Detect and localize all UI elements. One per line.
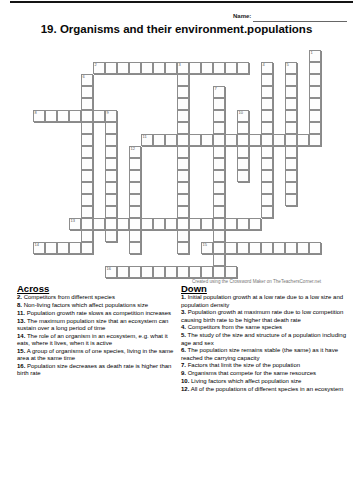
grid-cell[interactable] [261, 182, 273, 194]
empty-space [69, 158, 81, 170]
empty-space [249, 158, 261, 170]
grid-cell[interactable] [285, 74, 297, 86]
empty-space [69, 50, 81, 62]
empty-space [69, 134, 81, 146]
grid-cell[interactable] [165, 134, 177, 146]
grid-cell[interactable] [129, 230, 141, 242]
grid-cell[interactable] [225, 62, 237, 74]
grid-cell[interactable] [237, 170, 249, 182]
empty-space [93, 194, 105, 206]
empty-space [33, 182, 45, 194]
grid-cell[interactable] [249, 218, 261, 230]
empty-space [273, 110, 285, 122]
grid-cell[interactable] [261, 146, 273, 158]
grid-cell[interactable] [177, 182, 189, 194]
grid-cell[interactable] [165, 218, 177, 230]
grid-cell[interactable] [225, 218, 237, 230]
empty-space [45, 134, 57, 146]
grid-cell[interactable] [129, 206, 141, 218]
grid-cell[interactable] [153, 266, 165, 278]
grid-cell[interactable] [177, 218, 189, 230]
grid-cell[interactable] [189, 62, 201, 74]
empty-space [57, 182, 69, 194]
grid-cell[interactable] [81, 230, 93, 242]
grid-cell[interactable] [105, 206, 117, 218]
grid-cell[interactable] [213, 134, 225, 146]
grid-cell[interactable] [261, 98, 273, 110]
empty-space [105, 50, 117, 62]
grid-cell[interactable] [117, 62, 129, 74]
clue-number: 13 [71, 219, 75, 224]
grid-cell[interactable] [105, 194, 117, 206]
empty-space [165, 206, 177, 218]
empty-space [33, 158, 45, 170]
clue-number-label: 9. [181, 370, 186, 376]
empty-space [45, 218, 57, 230]
empty-space [273, 50, 285, 62]
empty-space [273, 158, 285, 170]
grid-cell[interactable] [249, 134, 261, 146]
grid-cell[interactable] [213, 206, 225, 218]
grid-cell[interactable] [141, 62, 153, 74]
grid-cell[interactable] [297, 134, 309, 146]
grid-cell[interactable] [201, 134, 213, 146]
grid-cell[interactable] [213, 98, 225, 110]
grid-cell[interactable] [129, 62, 141, 74]
grid-cell[interactable] [81, 194, 93, 206]
empty-space [141, 86, 153, 98]
grid-cell[interactable] [285, 194, 297, 206]
grid-cell[interactable] [285, 158, 297, 170]
empty-space [33, 254, 45, 266]
empty-space [297, 266, 309, 278]
grid-cell[interactable] [81, 182, 93, 194]
clue-down-3: 3. Population growth at maximum rate due… [181, 309, 349, 324]
empty-space [201, 194, 213, 206]
empty-space [189, 170, 201, 182]
clue-across-16: 16. Population size decreases as death r… [17, 363, 176, 378]
grid-cell[interactable] [105, 62, 117, 74]
grid-cell[interactable] [69, 110, 81, 122]
empty-space [249, 206, 261, 218]
grid-cell[interactable] [309, 86, 321, 98]
grid-cell[interactable] [93, 110, 105, 122]
grid-cell[interactable]: 11 [141, 134, 153, 146]
clue-number-label: 7. [181, 362, 186, 368]
grid-cell[interactable] [105, 182, 117, 194]
clue-number-label: 6. [181, 347, 186, 353]
grid-cell[interactable] [177, 146, 189, 158]
empty-space [93, 170, 105, 182]
empty-space [237, 230, 249, 242]
empty-space [69, 206, 81, 218]
grid-cell[interactable] [201, 218, 213, 230]
empty-space [57, 194, 69, 206]
grid-cell[interactable] [81, 206, 93, 218]
grid-cell[interactable] [189, 266, 201, 278]
grid-cell[interactable] [57, 110, 69, 122]
grid-cell[interactable] [309, 134, 321, 146]
empty-space [297, 50, 309, 62]
empty-space [141, 74, 153, 86]
empty-space [165, 74, 177, 86]
empty-space [33, 170, 45, 182]
grid-cell[interactable] [285, 98, 297, 110]
empty-space [225, 50, 237, 62]
empty-space [129, 86, 141, 98]
grid-cell[interactable] [177, 170, 189, 182]
grid-cell[interactable] [117, 266, 129, 278]
grid-cell[interactable]: 3 [177, 62, 189, 74]
empty-space [117, 230, 129, 242]
grid-cell[interactable] [81, 122, 93, 134]
across-clues-section: Across 2. Competitors from different spe… [17, 285, 176, 378]
grid-cell[interactable] [225, 134, 237, 146]
empty-space [297, 170, 309, 182]
grid-cell[interactable] [285, 146, 297, 158]
grid-cell[interactable] [177, 230, 189, 242]
empty-space [33, 206, 45, 218]
grid-cell[interactable] [261, 194, 273, 206]
grid-cell[interactable] [237, 122, 249, 134]
grid-cell[interactable] [285, 170, 297, 182]
empty-space [189, 242, 201, 254]
empty-space [153, 206, 165, 218]
grid-cell[interactable] [309, 98, 321, 110]
grid-cell[interactable] [141, 218, 153, 230]
grid-cell[interactable] [261, 158, 273, 170]
grid-cell[interactable] [237, 146, 249, 158]
empty-space [33, 122, 45, 134]
empty-space [105, 242, 117, 254]
empty-space [165, 86, 177, 98]
clue-number-label: 3. [181, 309, 186, 315]
grid-cell[interactable] [261, 134, 273, 146]
grid-cell[interactable] [285, 86, 297, 98]
empty-space [141, 122, 153, 134]
empty-space [237, 182, 249, 194]
empty-space [201, 146, 213, 158]
grid-cell[interactable]: 9 [105, 110, 117, 122]
empty-space [93, 242, 105, 254]
clue-number-label: 14. [17, 333, 25, 339]
grid-cell[interactable]: 13 [69, 218, 81, 230]
grid-cell[interactable] [309, 242, 321, 254]
empty-space [129, 122, 141, 134]
empty-space [201, 230, 213, 242]
empty-space [201, 86, 213, 98]
grid-cell[interactable] [105, 218, 117, 230]
grid-cell[interactable] [81, 242, 93, 254]
grid-cell[interactable] [105, 230, 117, 242]
empty-space [117, 146, 129, 158]
empty-space [45, 170, 57, 182]
grid-cell[interactable] [81, 134, 93, 146]
grid-cell[interactable] [81, 110, 93, 122]
empty-space [105, 86, 117, 98]
grid-cell[interactable] [273, 242, 285, 254]
clue-number-label: 16. [17, 363, 25, 369]
grid-cell[interactable] [153, 62, 165, 74]
grid-cell[interactable]: 8 [33, 110, 45, 122]
grid-cell[interactable] [237, 134, 249, 146]
grid-cell[interactable] [105, 134, 117, 146]
grid-cell[interactable] [81, 98, 93, 110]
empty-space [153, 182, 165, 194]
grid-cell[interactable] [81, 146, 93, 158]
empty-space [93, 146, 105, 158]
grid-cell[interactable] [129, 182, 141, 194]
grid-cell[interactable] [177, 158, 189, 170]
empty-space [189, 182, 201, 194]
grid-cell[interactable]: 5 [285, 62, 297, 74]
name-underline [253, 21, 347, 22]
empty-space [33, 50, 45, 62]
grid-cell[interactable] [177, 122, 189, 134]
empty-space [33, 194, 45, 206]
grid-cell[interactable] [213, 62, 225, 74]
grid-cell[interactable]: 6 [81, 74, 93, 86]
grid-cell[interactable] [153, 134, 165, 146]
empty-space [153, 86, 165, 98]
grid-cell[interactable] [261, 74, 273, 86]
clue-number-label: 1. [181, 294, 186, 300]
grid-cell[interactable]: 10 [237, 110, 249, 122]
grid-cell[interactable] [93, 218, 105, 230]
empty-space [225, 86, 237, 98]
empty-space [165, 50, 177, 62]
empty-space [261, 50, 273, 62]
clue-down-6: 6. The population size remains stable (t… [181, 347, 349, 362]
grid-cell[interactable] [177, 206, 189, 218]
grid-cell[interactable] [177, 74, 189, 86]
grid-cell[interactable] [237, 218, 249, 230]
grid-cell[interactable] [45, 110, 57, 122]
grid-cell[interactable] [81, 158, 93, 170]
grid-cell[interactable] [237, 242, 249, 254]
empty-space [69, 170, 81, 182]
empty-space [165, 254, 177, 266]
clue-across-11: 11. Population growth rate slows as comp… [17, 310, 176, 317]
empty-space [225, 194, 237, 206]
empty-space [297, 110, 309, 122]
empty-space [117, 122, 129, 134]
empty-space [309, 230, 321, 242]
empty-space [33, 146, 45, 158]
grid-cell[interactable] [201, 62, 213, 74]
grid-cell[interactable] [165, 266, 177, 278]
grid-cell[interactable] [261, 206, 273, 218]
clue-number-label: 11. [17, 310, 25, 316]
clue-number-label: 2. [17, 294, 22, 300]
grid-cell[interactable] [105, 146, 117, 158]
grid-cell[interactable]: 7 [213, 86, 225, 98]
empty-space [69, 122, 81, 134]
empty-space [177, 50, 189, 62]
grid-cell[interactable]: 1 [309, 50, 321, 62]
empty-space [261, 266, 273, 278]
grid-cell[interactable] [81, 218, 93, 230]
grid-cell[interactable] [129, 218, 141, 230]
grid-cell[interactable] [225, 266, 237, 278]
grid-cell[interactable] [237, 158, 249, 170]
empty-space [81, 266, 93, 278]
empty-space [141, 206, 153, 218]
grid-cell[interactable] [45, 242, 57, 254]
clue-number: 4 [263, 63, 265, 68]
empty-space [141, 230, 153, 242]
grid-cell[interactable] [213, 182, 225, 194]
grid-cell[interactable] [81, 86, 93, 98]
grid-cell[interactable]: 12 [129, 146, 141, 158]
grid-cell[interactable] [105, 170, 117, 182]
grid-cell[interactable] [117, 218, 129, 230]
grid-cell[interactable] [273, 134, 285, 146]
grid-cell[interactable] [309, 74, 321, 86]
grid-cell[interactable] [129, 170, 141, 182]
empty-space [69, 254, 81, 266]
empty-space [249, 194, 261, 206]
grid-cell[interactable] [297, 242, 309, 254]
grid-cell[interactable] [129, 194, 141, 206]
clue-number: 9 [107, 111, 109, 116]
grid-cell[interactable] [141, 266, 153, 278]
grid-cell[interactable] [285, 242, 297, 254]
empty-space [165, 110, 177, 122]
clue-down-9: 9. Organisms that compete for the same r… [181, 370, 349, 377]
grid-cell[interactable] [213, 194, 225, 206]
grid-cell[interactable] [213, 218, 225, 230]
empty-space [93, 254, 105, 266]
empty-space [141, 182, 153, 194]
grid-cell[interactable] [213, 110, 225, 122]
grid-cell[interactable] [129, 242, 141, 254]
grid-cell[interactable] [285, 110, 297, 122]
grid-cell[interactable] [105, 158, 117, 170]
empty-space [57, 122, 69, 134]
grid-cell[interactable] [201, 266, 213, 278]
grid-cell[interactable] [129, 266, 141, 278]
grid-cell[interactable] [261, 242, 273, 254]
empty-space [177, 254, 189, 266]
grid-cell[interactable] [309, 110, 321, 122]
grid-cell[interactable] [105, 122, 117, 134]
empty-space [273, 182, 285, 194]
grid-cell[interactable] [177, 266, 189, 278]
grid-cell[interactable] [225, 242, 237, 254]
grid-cell[interactable] [249, 242, 261, 254]
empty-space [153, 146, 165, 158]
grid-cell[interactable]: 16 [105, 266, 117, 278]
empty-space [309, 218, 321, 230]
empty-space [33, 134, 45, 146]
grid-cell[interactable] [213, 266, 225, 278]
grid-cell[interactable] [285, 122, 297, 134]
grid-cell[interactable]: 15 [201, 242, 213, 254]
empty-space [165, 170, 177, 182]
empty-space [165, 230, 177, 242]
empty-space [297, 158, 309, 170]
grid-cell[interactable] [309, 62, 321, 74]
empty-space [237, 254, 249, 266]
grid-cell[interactable] [177, 242, 189, 254]
grid-cell[interactable] [177, 86, 189, 98]
empty-space [273, 86, 285, 98]
empty-space [225, 254, 237, 266]
grid-cell[interactable]: 14 [33, 242, 45, 254]
empty-space [249, 110, 261, 122]
grid-cell[interactable] [153, 218, 165, 230]
grid-cell[interactable] [285, 134, 297, 146]
across-heading: Across [17, 285, 176, 292]
grid-cell[interactable] [213, 158, 225, 170]
grid-cell[interactable] [261, 86, 273, 98]
empty-space [141, 158, 153, 170]
clue-number: 8 [35, 111, 37, 116]
grid-cell[interactable] [69, 242, 81, 254]
grid-cell[interactable] [261, 122, 273, 134]
grid-cell[interactable]: 2 [93, 62, 105, 74]
grid-cell[interactable] [177, 134, 189, 146]
empty-space [297, 146, 309, 158]
clue-number: 16 [107, 267, 111, 272]
empty-space [141, 146, 153, 158]
grid-cell[interactable] [309, 122, 321, 134]
down-clues-section: Down 1. Initial population growth at a l… [181, 285, 349, 394]
grid-cell[interactable] [177, 98, 189, 110]
empty-space [93, 230, 105, 242]
empty-space [261, 218, 273, 230]
empty-space [69, 194, 81, 206]
empty-space [45, 158, 57, 170]
grid-cell[interactable] [237, 62, 249, 74]
clue-across-15: 15. A group of organisms of one species,… [17, 348, 176, 363]
empty-space [45, 230, 57, 242]
empty-space [117, 182, 129, 194]
clue-number: 15 [203, 243, 207, 248]
empty-space [69, 98, 81, 110]
empty-space [249, 74, 261, 86]
empty-space [45, 74, 57, 86]
grid-cell[interactable] [177, 110, 189, 122]
grid-cell[interactable] [261, 110, 273, 122]
grid-cell[interactable] [129, 158, 141, 170]
grid-cell[interactable] [81, 170, 93, 182]
grid-cell[interactable] [213, 170, 225, 182]
empty-space [45, 194, 57, 206]
grid-cell[interactable] [177, 194, 189, 206]
grid-cell[interactable] [261, 170, 273, 182]
empty-space [105, 98, 117, 110]
grid-cell[interactable] [189, 134, 201, 146]
empty-space [309, 194, 321, 206]
empty-space [69, 266, 81, 278]
grid-cell[interactable] [213, 242, 225, 254]
clue-number-label: 5. [181, 332, 186, 338]
grid-cell[interactable]: 4 [261, 62, 273, 74]
worksheet-page: Name: 19. Organisms and their environmen… [0, 0, 353, 500]
grid-cell[interactable] [213, 230, 225, 242]
grid-cell[interactable] [213, 122, 225, 134]
grid-cell[interactable] [213, 254, 225, 266]
grid-cell[interactable] [285, 182, 297, 194]
clue-number-label: 4. [181, 324, 186, 330]
grid-cell[interactable] [57, 242, 69, 254]
grid-cell[interactable] [165, 62, 177, 74]
grid-cell[interactable] [213, 146, 225, 158]
grid-cell[interactable] [189, 218, 201, 230]
empty-space [201, 254, 213, 266]
